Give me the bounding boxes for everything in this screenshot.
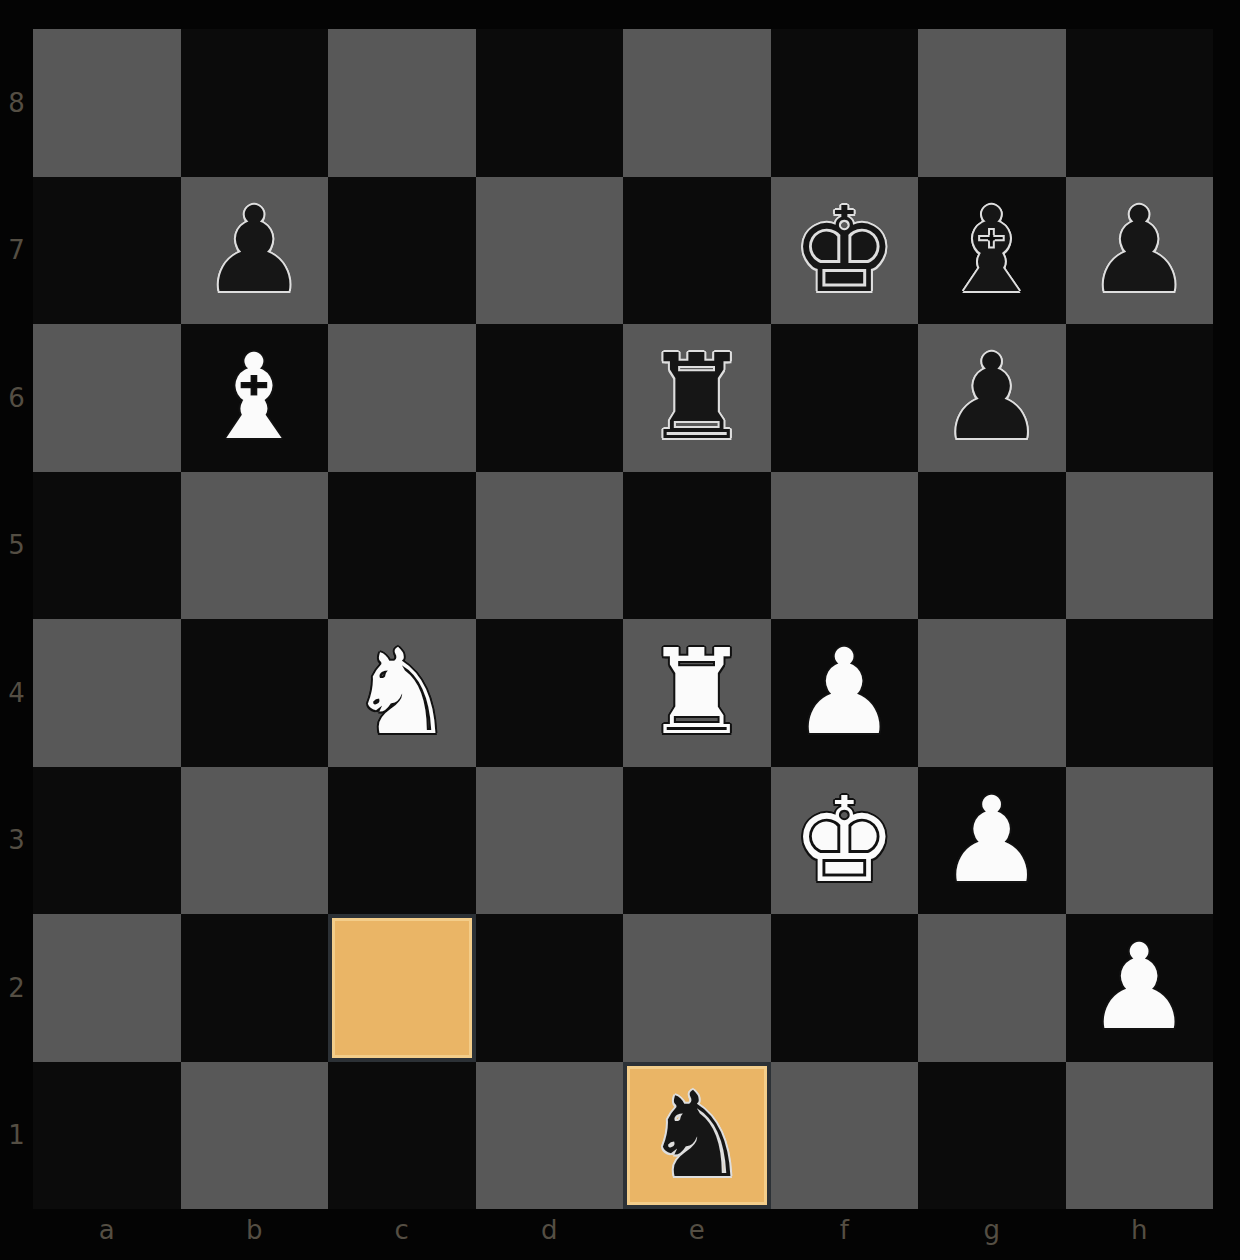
square-b7[interactable]: ♟ [181,177,329,325]
square-c4[interactable]: ♞ [328,619,476,767]
white-rook-piece[interactable]: ♜ [644,619,750,766]
file-label-d: d [476,1209,624,1251]
file-labels: abcdefgh [33,1209,1213,1251]
square-h3[interactable] [1066,767,1214,915]
white-king-piece[interactable]: ♚ [791,767,897,914]
square-g3[interactable]: ♟ [918,767,1066,915]
square-e4[interactable]: ♜ [623,619,771,767]
square-b4[interactable] [181,619,329,767]
chess-board: ♟♚♝♟♝♜♟♞♜♟♚♟♟♞ [33,29,1213,1209]
square-g4[interactable] [918,619,1066,767]
square-d1[interactable] [476,1062,624,1210]
file-label-f: f [771,1209,919,1251]
file-label-h: h [1066,1209,1214,1251]
square-d7[interactable] [476,177,624,325]
square-b6[interactable]: ♝ [181,324,329,472]
white-pawn-piece[interactable]: ♟ [791,619,897,766]
square-g7[interactable]: ♝ [918,177,1066,325]
square-c3[interactable] [328,767,476,915]
square-g1[interactable] [918,1062,1066,1210]
white-pawn-piece[interactable]: ♟ [939,767,1045,914]
black-king-piece[interactable]: ♚ [791,177,897,324]
square-d6[interactable] [476,324,624,472]
square-c6[interactable] [328,324,476,472]
square-a1[interactable] [33,1062,181,1210]
square-h4[interactable] [1066,619,1214,767]
file-label-e: e [623,1209,771,1251]
square-f8[interactable] [771,29,919,177]
black-pawn-piece[interactable]: ♟ [1086,177,1192,324]
square-e5[interactable] [623,472,771,620]
square-a4[interactable] [33,619,181,767]
square-b3[interactable] [181,767,329,915]
black-rook-piece[interactable]: ♜ [644,324,750,471]
square-h7[interactable]: ♟ [1066,177,1214,325]
square-e7[interactable] [623,177,771,325]
square-e8[interactable] [623,29,771,177]
square-b2[interactable] [181,914,329,1062]
square-a2[interactable] [33,914,181,1062]
square-c5[interactable] [328,472,476,620]
square-d5[interactable] [476,472,624,620]
black-pawn-piece[interactable]: ♟ [201,177,307,324]
square-b5[interactable] [181,472,329,620]
square-h1[interactable] [1066,1062,1214,1210]
rank-label-6: 6 [0,324,33,472]
square-h5[interactable] [1066,472,1214,620]
square-g2[interactable] [918,914,1066,1062]
square-h2[interactable]: ♟ [1066,914,1214,1062]
square-c8[interactable] [328,29,476,177]
square-f5[interactable] [771,472,919,620]
square-c1[interactable] [328,1062,476,1210]
square-d8[interactable] [476,29,624,177]
file-label-a: a [33,1209,181,1251]
white-pawn-piece[interactable]: ♟ [1086,914,1192,1061]
square-e1[interactable]: ♞ [623,1062,771,1210]
rank-label-4: 4 [0,619,33,767]
square-a3[interactable] [33,767,181,915]
square-b8[interactable] [181,29,329,177]
square-f3[interactable]: ♚ [771,767,919,915]
square-f2[interactable] [771,914,919,1062]
square-a5[interactable] [33,472,181,620]
file-label-c: c [328,1209,476,1251]
black-pawn-piece[interactable]: ♟ [939,324,1045,471]
rank-label-7: 7 [0,177,33,325]
file-label-g: g [918,1209,1066,1251]
file-label-b: b [181,1209,329,1251]
square-e6[interactable]: ♜ [623,324,771,472]
rank-label-2: 2 [0,914,33,1062]
square-a8[interactable] [33,29,181,177]
chess-app: 87654321 ♟♚♝♟♝♜♟♞♜♟♚♟♟♞ abcdefgh [0,0,1240,1260]
square-a6[interactable] [33,324,181,472]
square-d4[interactable] [476,619,624,767]
black-knight-piece[interactable]: ♞ [644,1062,750,1209]
square-c2[interactable] [328,914,476,1062]
square-h6[interactable] [1066,324,1214,472]
square-f4[interactable]: ♟ [771,619,919,767]
rank-label-3: 3 [0,767,33,915]
square-f7[interactable]: ♚ [771,177,919,325]
square-g6[interactable]: ♟ [918,324,1066,472]
square-d3[interactable] [476,767,624,915]
square-d2[interactable] [476,914,624,1062]
rank-label-5: 5 [0,472,33,620]
white-knight-piece[interactable]: ♞ [349,619,455,766]
white-bishop-piece[interactable]: ♝ [201,324,307,471]
black-bishop-piece[interactable]: ♝ [939,177,1045,324]
square-b1[interactable] [181,1062,329,1210]
square-f1[interactable] [771,1062,919,1210]
rank-label-8: 8 [0,29,33,177]
square-g8[interactable] [918,29,1066,177]
square-e3[interactable] [623,767,771,915]
square-f6[interactable] [771,324,919,472]
square-c7[interactable] [328,177,476,325]
square-a7[interactable] [33,177,181,325]
square-h8[interactable] [1066,29,1214,177]
rank-labels: 87654321 [0,29,33,1209]
rank-label-1: 1 [0,1062,33,1210]
square-g5[interactable] [918,472,1066,620]
square-e2[interactable] [623,914,771,1062]
